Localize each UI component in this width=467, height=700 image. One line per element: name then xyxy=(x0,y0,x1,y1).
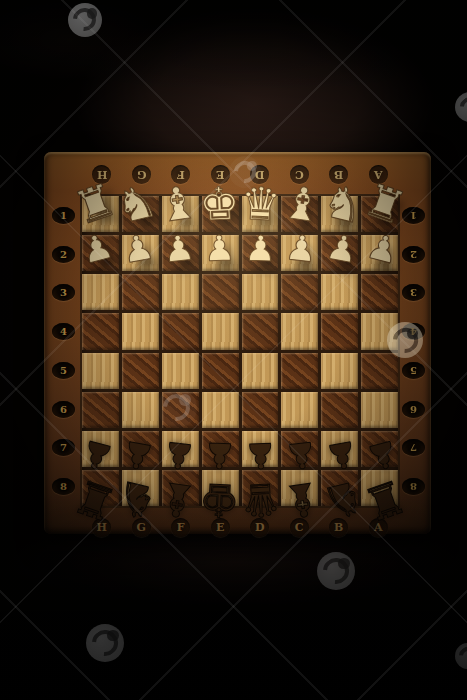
square-h5[interactable] xyxy=(82,353,119,389)
square-d8[interactable]: ♛ xyxy=(242,470,279,506)
square-f6[interactable] xyxy=(162,392,199,428)
square-b5[interactable] xyxy=(321,353,358,389)
square-c3[interactable] xyxy=(281,274,318,310)
rank-label-left-7: 7 xyxy=(52,439,75,456)
rank-label-right-1: 1 xyxy=(402,207,425,224)
rank-label-right-5: 5 xyxy=(402,362,425,379)
square-e5[interactable] xyxy=(202,353,239,389)
square-d7[interactable]: ♟ xyxy=(242,431,279,467)
piece-white-pawn-f2[interactable]: ♟ xyxy=(161,230,196,268)
rank-number: 8 xyxy=(410,481,417,492)
rank-label-left-6: 6 xyxy=(52,401,75,418)
square-d4[interactable] xyxy=(242,313,279,349)
piece-black-queen-d8[interactable]: ♛ xyxy=(239,476,281,523)
square-e1[interactable]: ♚ xyxy=(202,196,239,232)
rank-label-left-4: 4 xyxy=(52,323,75,340)
square-b4[interactable] xyxy=(321,313,358,349)
rank-label-left-5: 5 xyxy=(52,362,75,379)
square-b2[interactable]: ♟ xyxy=(321,235,358,271)
rank-number: 5 xyxy=(410,365,417,376)
rank-label-right-4: 4 xyxy=(402,323,425,340)
square-a3[interactable] xyxy=(361,274,398,310)
square-g7[interactable]: ♟ xyxy=(122,431,159,467)
square-c2[interactable]: ♟ xyxy=(281,235,318,271)
piece-black-pawn-g7[interactable]: ♟ xyxy=(120,435,157,475)
piece-white-bishop-f1[interactable]: ♝ xyxy=(155,179,201,229)
square-e8[interactable]: ♚ xyxy=(202,470,239,506)
square-d1[interactable]: ♛ xyxy=(242,196,279,232)
square-g4[interactable] xyxy=(122,313,159,349)
square-c7[interactable]: ♟ xyxy=(281,431,318,467)
piece-white-king-e1[interactable]: ♚ xyxy=(198,181,240,228)
photo-scene: ♜♞♝♚♛♝♞♜♟♟♟♟♟♟♟♟♟♟♟♟♟♟♟♟♜♞♝♚♛♝♞♜ HGFEDCB… xyxy=(0,0,467,700)
square-a7[interactable]: ♟ xyxy=(361,431,398,467)
square-h6[interactable] xyxy=(82,392,119,428)
square-b6[interactable] xyxy=(321,392,358,428)
rank-label-right-6: 6 xyxy=(402,401,425,418)
square-f4[interactable] xyxy=(162,313,199,349)
square-b7[interactable]: ♟ xyxy=(321,431,358,467)
square-d3[interactable] xyxy=(242,274,279,310)
square-e2[interactable]: ♟ xyxy=(202,235,239,271)
square-g6[interactable] xyxy=(122,392,159,428)
rank-number: 7 xyxy=(410,442,417,453)
rank-label-right-8: 8 xyxy=(402,478,425,495)
chess-board: ♜♞♝♚♛♝♞♜♟♟♟♟♟♟♟♟♟♟♟♟♟♟♟♟♜♞♝♚♛♝♞♜ HGFEDCB… xyxy=(44,152,431,534)
square-c6[interactable] xyxy=(281,392,318,428)
piece-black-pawn-d7[interactable]: ♟ xyxy=(244,437,277,473)
square-d6[interactable] xyxy=(242,392,279,428)
rank-label-right-3: 3 xyxy=(402,284,425,301)
square-h2[interactable]: ♟ xyxy=(82,235,119,271)
piece-white-queen-d1[interactable]: ♛ xyxy=(239,181,281,228)
rank-label-right-2: 2 xyxy=(402,246,425,263)
square-e3[interactable] xyxy=(202,274,239,310)
square-h4[interactable] xyxy=(82,313,119,349)
piece-black-bishop-f8[interactable]: ♝ xyxy=(155,475,201,525)
square-f7[interactable]: ♟ xyxy=(162,431,199,467)
rank-number: 2 xyxy=(60,249,67,260)
playing-area: ♜♞♝♚♛♝♞♜♟♟♟♟♟♟♟♟♟♟♟♟♟♟♟♟♜♞♝♚♛♝♞♜ xyxy=(82,196,398,506)
square-f3[interactable] xyxy=(162,274,199,310)
piece-white-pawn-c2[interactable]: ♟ xyxy=(283,230,318,268)
square-g8[interactable]: ♞ xyxy=(122,470,159,506)
rank-label-left-2: 2 xyxy=(52,246,75,263)
rank-number: 6 xyxy=(410,404,417,415)
square-f5[interactable] xyxy=(162,353,199,389)
square-f8[interactable]: ♝ xyxy=(162,470,199,506)
square-b1[interactable]: ♞ xyxy=(321,196,358,232)
square-a2[interactable]: ♟ xyxy=(361,235,398,271)
square-c4[interactable] xyxy=(281,313,318,349)
square-h3[interactable] xyxy=(82,274,119,310)
rank-number: 7 xyxy=(60,442,67,453)
square-h7[interactable]: ♟ xyxy=(82,431,119,467)
rank-number: 3 xyxy=(60,287,67,298)
piece-white-pawn-d2[interactable]: ♟ xyxy=(244,231,277,267)
rank-label-left-8: 8 xyxy=(52,478,75,495)
square-h8[interactable]: ♜ xyxy=(82,470,119,506)
square-a8[interactable]: ♜ xyxy=(361,470,398,506)
rank-label-left-3: 3 xyxy=(52,284,75,301)
rank-number: 4 xyxy=(60,326,67,337)
rank-number: 6 xyxy=(60,404,67,415)
piece-white-pawn-h2[interactable]: ♟ xyxy=(78,228,117,270)
piece-white-pawn-a2[interactable]: ♟ xyxy=(363,228,402,270)
square-a5[interactable] xyxy=(361,353,398,389)
square-c8[interactable]: ♝ xyxy=(281,470,318,506)
square-g2[interactable]: ♟ xyxy=(122,235,159,271)
square-f1[interactable]: ♝ xyxy=(162,196,199,232)
square-e4[interactable] xyxy=(202,313,239,349)
rank-number: 4 xyxy=(410,326,417,337)
square-d2[interactable]: ♟ xyxy=(242,235,279,271)
square-d5[interactable] xyxy=(242,353,279,389)
piece-black-pawn-c7[interactable]: ♟ xyxy=(283,436,318,474)
square-f2[interactable]: ♟ xyxy=(162,235,199,271)
rank-number: 3 xyxy=(410,287,417,298)
square-a6[interactable] xyxy=(361,392,398,428)
square-g5[interactable] xyxy=(122,353,159,389)
piece-black-king-e8[interactable]: ♚ xyxy=(198,476,240,523)
piece-white-pawn-g2[interactable]: ♟ xyxy=(120,229,157,269)
piece-white-pawn-b2[interactable]: ♟ xyxy=(323,229,360,269)
rank-number: 2 xyxy=(410,249,417,260)
piece-black-pawn-f7[interactable]: ♟ xyxy=(161,436,196,474)
square-a4[interactable] xyxy=(361,313,398,349)
piece-black-pawn-e7[interactable]: ♟ xyxy=(203,437,236,473)
square-c5[interactable] xyxy=(281,353,318,389)
rank-number: 1 xyxy=(60,210,67,221)
square-e6[interactable] xyxy=(202,392,239,428)
rank-number: 8 xyxy=(60,481,67,492)
square-b3[interactable] xyxy=(321,274,358,310)
rank-number: 5 xyxy=(60,365,67,376)
square-g3[interactable] xyxy=(122,274,159,310)
rank-label-left-1: 1 xyxy=(52,207,75,224)
piece-white-pawn-e2[interactable]: ♟ xyxy=(203,231,236,267)
square-b8[interactable]: ♞ xyxy=(321,470,358,506)
rank-label-right-7: 7 xyxy=(402,439,425,456)
square-e7[interactable]: ♟ xyxy=(202,431,239,467)
rank-number: 1 xyxy=(410,210,417,221)
